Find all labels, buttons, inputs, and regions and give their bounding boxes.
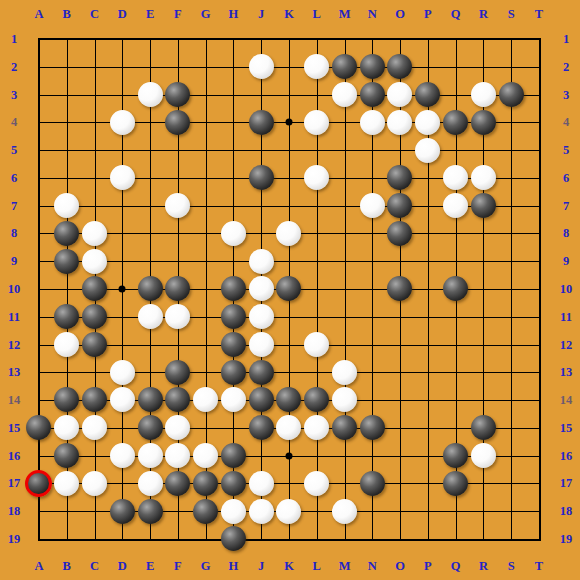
intersection-A6[interactable]: [25, 164, 53, 192]
intersection-P7[interactable]: [414, 192, 442, 220]
intersection-K17[interactable]: [275, 469, 303, 497]
intersection-P14[interactable]: [414, 386, 442, 414]
intersection-J7[interactable]: [247, 192, 275, 220]
intersection-Q14[interactable]: [442, 386, 470, 414]
intersection-B9[interactable]: [53, 247, 81, 275]
intersection-C11[interactable]: [81, 303, 109, 331]
intersection-S9[interactable]: [497, 247, 525, 275]
intersection-R2[interactable]: [469, 53, 497, 81]
intersection-P16[interactable]: [414, 442, 442, 470]
intersection-S11[interactable]: [497, 303, 525, 331]
intersection-J19[interactable]: [247, 525, 275, 553]
black-stone[interactable]: [221, 276, 246, 301]
intersection-D19[interactable]: [108, 525, 136, 553]
intersection-M7[interactable]: [331, 192, 359, 220]
intersection-L15[interactable]: [303, 414, 331, 442]
intersection-G18[interactable]: [192, 497, 220, 525]
white-stone[interactable]: [471, 443, 496, 468]
white-stone[interactable]: [54, 332, 79, 357]
intersection-B16[interactable]: [53, 442, 81, 470]
intersection-N12[interactable]: [358, 331, 386, 359]
intersection-Q4[interactable]: [442, 108, 470, 136]
intersection-E5[interactable]: [136, 136, 164, 164]
intersection-S8[interactable]: [497, 219, 525, 247]
intersection-P9[interactable]: [414, 247, 442, 275]
intersection-J13[interactable]: [247, 358, 275, 386]
intersection-C5[interactable]: [81, 136, 109, 164]
black-stone[interactable]: [360, 471, 385, 496]
black-stone[interactable]: [387, 54, 412, 79]
intersection-C8[interactable]: [81, 219, 109, 247]
intersection-B13[interactable]: [53, 358, 81, 386]
intersection-L4[interactable]: [303, 108, 331, 136]
intersection-J8[interactable]: [247, 219, 275, 247]
intersection-J4[interactable]: [247, 108, 275, 136]
intersection-L7[interactable]: [303, 192, 331, 220]
intersection-E11[interactable]: [136, 303, 164, 331]
intersection-P13[interactable]: [414, 358, 442, 386]
intersection-R14[interactable]: [469, 386, 497, 414]
white-stone[interactable]: [221, 221, 246, 246]
intersection-H13[interactable]: [219, 358, 247, 386]
black-stone[interactable]: [221, 304, 246, 329]
black-stone[interactable]: [26, 415, 51, 440]
white-stone[interactable]: [443, 165, 468, 190]
intersection-B2[interactable]: [53, 53, 81, 81]
intersection-L11[interactable]: [303, 303, 331, 331]
black-stone[interactable]: [82, 387, 107, 412]
intersection-P1[interactable]: [414, 25, 442, 53]
intersection-K4[interactable]: [275, 108, 303, 136]
intersection-H14[interactable]: [219, 386, 247, 414]
black-stone[interactable]: [332, 415, 357, 440]
black-stone[interactable]: [471, 193, 496, 218]
intersection-J16[interactable]: [247, 442, 275, 470]
intersection-T9[interactable]: [525, 247, 553, 275]
white-stone[interactable]: [360, 193, 385, 218]
black-stone[interactable]: [443, 443, 468, 468]
intersection-L5[interactable]: [303, 136, 331, 164]
intersection-D8[interactable]: [108, 219, 136, 247]
white-stone[interactable]: [387, 110, 412, 135]
intersection-E15[interactable]: [136, 414, 164, 442]
intersection-M8[interactable]: [331, 219, 359, 247]
intersection-J14[interactable]: [247, 386, 275, 414]
intersection-B17[interactable]: [53, 469, 81, 497]
intersection-O12[interactable]: [386, 331, 414, 359]
intersection-N13[interactable]: [358, 358, 386, 386]
black-stone[interactable]: [415, 82, 440, 107]
intersection-T6[interactable]: [525, 164, 553, 192]
white-stone[interactable]: [110, 387, 135, 412]
intersection-L2[interactable]: [303, 53, 331, 81]
intersection-A9[interactable]: [25, 247, 53, 275]
black-stone[interactable]: [387, 221, 412, 246]
white-stone[interactable]: [82, 471, 107, 496]
intersection-F15[interactable]: [164, 414, 192, 442]
intersection-F19[interactable]: [164, 525, 192, 553]
intersection-J3[interactable]: [247, 81, 275, 109]
intersection-R7[interactable]: [469, 192, 497, 220]
white-stone[interactable]: [82, 221, 107, 246]
intersection-R17[interactable]: [469, 469, 497, 497]
black-stone[interactable]: [110, 499, 135, 524]
intersection-D11[interactable]: [108, 303, 136, 331]
intersection-S5[interactable]: [497, 136, 525, 164]
intersection-O9[interactable]: [386, 247, 414, 275]
intersection-A4[interactable]: [25, 108, 53, 136]
intersection-F6[interactable]: [164, 164, 192, 192]
white-stone[interactable]: [471, 82, 496, 107]
intersection-R8[interactable]: [469, 219, 497, 247]
intersection-K10[interactable]: [275, 275, 303, 303]
intersection-S19[interactable]: [497, 525, 525, 553]
intersection-R15[interactable]: [469, 414, 497, 442]
black-stone[interactable]: [249, 165, 274, 190]
white-stone[interactable]: [193, 443, 218, 468]
white-stone[interactable]: [165, 415, 190, 440]
intersection-D13[interactable]: [108, 358, 136, 386]
intersection-N5[interactable]: [358, 136, 386, 164]
intersection-D7[interactable]: [108, 192, 136, 220]
intersection-M1[interactable]: [331, 25, 359, 53]
intersection-K8[interactable]: [275, 219, 303, 247]
intersection-O18[interactable]: [386, 497, 414, 525]
intersection-B4[interactable]: [53, 108, 81, 136]
intersection-D2[interactable]: [108, 53, 136, 81]
intersection-R10[interactable]: [469, 275, 497, 303]
intersection-G4[interactable]: [192, 108, 220, 136]
intersection-P5[interactable]: [414, 136, 442, 164]
intersection-M4[interactable]: [331, 108, 359, 136]
intersection-F12[interactable]: [164, 331, 192, 359]
intersection-L1[interactable]: [303, 25, 331, 53]
intersection-B10[interactable]: [53, 275, 81, 303]
intersection-M11[interactable]: [331, 303, 359, 331]
intersection-T8[interactable]: [525, 219, 553, 247]
intersection-K1[interactable]: [275, 25, 303, 53]
black-stone[interactable]: [138, 276, 163, 301]
intersection-A11[interactable]: [25, 303, 53, 331]
black-stone[interactable]: [82, 332, 107, 357]
intersection-D14[interactable]: [108, 386, 136, 414]
intersection-O10[interactable]: [386, 275, 414, 303]
intersection-A3[interactable]: [25, 81, 53, 109]
intersection-A16[interactable]: [25, 442, 53, 470]
intersection-B8[interactable]: [53, 219, 81, 247]
intersection-A1[interactable]: [25, 25, 53, 53]
white-stone[interactable]: [249, 276, 274, 301]
white-stone[interactable]: [221, 499, 246, 524]
intersection-E7[interactable]: [136, 192, 164, 220]
white-stone[interactable]: [304, 54, 329, 79]
intersection-K3[interactable]: [275, 81, 303, 109]
intersection-M10[interactable]: [331, 275, 359, 303]
white-stone[interactable]: [276, 221, 301, 246]
intersection-L8[interactable]: [303, 219, 331, 247]
intersection-J12[interactable]: [247, 331, 275, 359]
black-stone[interactable]: [221, 332, 246, 357]
intersection-C14[interactable]: [81, 386, 109, 414]
intersection-E14[interactable]: [136, 386, 164, 414]
intersection-Q18[interactable]: [442, 497, 470, 525]
intersection-G7[interactable]: [192, 192, 220, 220]
black-stone[interactable]: [276, 387, 301, 412]
intersection-Q16[interactable]: [442, 442, 470, 470]
white-stone[interactable]: [276, 415, 301, 440]
intersection-R16[interactable]: [469, 442, 497, 470]
black-stone[interactable]: [54, 443, 79, 468]
intersection-G9[interactable]: [192, 247, 220, 275]
white-stone[interactable]: [443, 193, 468, 218]
intersection-R9[interactable]: [469, 247, 497, 275]
intersection-L10[interactable]: [303, 275, 331, 303]
intersection-A17[interactable]: [25, 469, 53, 497]
intersection-Q17[interactable]: [442, 469, 470, 497]
intersection-T3[interactable]: [525, 81, 553, 109]
intersection-P15[interactable]: [414, 414, 442, 442]
black-stone[interactable]: [276, 276, 301, 301]
intersection-P2[interactable]: [414, 53, 442, 81]
intersection-O2[interactable]: [386, 53, 414, 81]
intersection-J9[interactable]: [247, 247, 275, 275]
intersection-F16[interactable]: [164, 442, 192, 470]
intersection-K13[interactable]: [275, 358, 303, 386]
white-stone[interactable]: [110, 360, 135, 385]
intersection-K11[interactable]: [275, 303, 303, 331]
white-stone[interactable]: [471, 165, 496, 190]
intersection-L16[interactable]: [303, 442, 331, 470]
intersection-N18[interactable]: [358, 497, 386, 525]
black-stone[interactable]: [443, 110, 468, 135]
intersection-Q13[interactable]: [442, 358, 470, 386]
intersection-O6[interactable]: [386, 164, 414, 192]
intersection-C4[interactable]: [81, 108, 109, 136]
intersection-Q8[interactable]: [442, 219, 470, 247]
intersection-D6[interactable]: [108, 164, 136, 192]
intersection-Q5[interactable]: [442, 136, 470, 164]
intersection-A10[interactable]: [25, 275, 53, 303]
intersection-L3[interactable]: [303, 81, 331, 109]
white-stone[interactable]: [110, 443, 135, 468]
last-move-marker-black-stone[interactable]: [25, 470, 52, 497]
black-stone[interactable]: [387, 165, 412, 190]
intersection-O1[interactable]: [386, 25, 414, 53]
intersection-D15[interactable]: [108, 414, 136, 442]
intersection-R19[interactable]: [469, 525, 497, 553]
intersection-C19[interactable]: [81, 525, 109, 553]
intersection-J17[interactable]: [247, 469, 275, 497]
intersection-O13[interactable]: [386, 358, 414, 386]
white-stone[interactable]: [387, 82, 412, 107]
black-stone[interactable]: [82, 276, 107, 301]
white-stone[interactable]: [249, 471, 274, 496]
intersection-C2[interactable]: [81, 53, 109, 81]
intersection-R13[interactable]: [469, 358, 497, 386]
intersection-B14[interactable]: [53, 386, 81, 414]
intersection-J1[interactable]: [247, 25, 275, 53]
intersection-J10[interactable]: [247, 275, 275, 303]
intersection-M3[interactable]: [331, 81, 359, 109]
intersection-F4[interactable]: [164, 108, 192, 136]
intersection-T5[interactable]: [525, 136, 553, 164]
intersection-H19[interactable]: [219, 525, 247, 553]
intersection-A13[interactable]: [25, 358, 53, 386]
intersection-A5[interactable]: [25, 136, 53, 164]
white-stone[interactable]: [304, 415, 329, 440]
intersection-H15[interactable]: [219, 414, 247, 442]
intersection-E8[interactable]: [136, 219, 164, 247]
black-stone[interactable]: [82, 304, 107, 329]
intersection-D9[interactable]: [108, 247, 136, 275]
intersection-M2[interactable]: [331, 53, 359, 81]
intersection-F13[interactable]: [164, 358, 192, 386]
intersection-F7[interactable]: [164, 192, 192, 220]
intersection-N17[interactable]: [358, 469, 386, 497]
intersection-H8[interactable]: [219, 219, 247, 247]
intersection-O17[interactable]: [386, 469, 414, 497]
intersection-O4[interactable]: [386, 108, 414, 136]
intersection-N11[interactable]: [358, 303, 386, 331]
intersection-S16[interactable]: [497, 442, 525, 470]
black-stone[interactable]: [193, 471, 218, 496]
intersection-S1[interactable]: [497, 25, 525, 53]
intersection-K15[interactable]: [275, 414, 303, 442]
intersection-M16[interactable]: [331, 442, 359, 470]
intersection-J15[interactable]: [247, 414, 275, 442]
intersection-N19[interactable]: [358, 525, 386, 553]
white-stone[interactable]: [249, 332, 274, 357]
black-stone[interactable]: [387, 276, 412, 301]
intersection-G13[interactable]: [192, 358, 220, 386]
intersection-G2[interactable]: [192, 53, 220, 81]
intersection-M14[interactable]: [331, 386, 359, 414]
intersection-D1[interactable]: [108, 25, 136, 53]
intersection-B1[interactable]: [53, 25, 81, 53]
intersection-K19[interactable]: [275, 525, 303, 553]
intersection-C7[interactable]: [81, 192, 109, 220]
intersection-D12[interactable]: [108, 331, 136, 359]
intersection-H12[interactable]: [219, 331, 247, 359]
intersection-A18[interactable]: [25, 497, 53, 525]
intersection-G19[interactable]: [192, 525, 220, 553]
intersection-M13[interactable]: [331, 358, 359, 386]
intersection-Q15[interactable]: [442, 414, 470, 442]
intersection-N6[interactable]: [358, 164, 386, 192]
white-stone[interactable]: [138, 304, 163, 329]
intersection-G3[interactable]: [192, 81, 220, 109]
intersection-B18[interactable]: [53, 497, 81, 525]
black-stone[interactable]: [249, 110, 274, 135]
intersection-O19[interactable]: [386, 525, 414, 553]
intersection-H3[interactable]: [219, 81, 247, 109]
intersection-P17[interactable]: [414, 469, 442, 497]
intersection-N1[interactable]: [358, 25, 386, 53]
intersection-S4[interactable]: [497, 108, 525, 136]
intersection-P12[interactable]: [414, 331, 442, 359]
white-stone[interactable]: [304, 110, 329, 135]
intersection-T16[interactable]: [525, 442, 553, 470]
intersection-H4[interactable]: [219, 108, 247, 136]
intersection-O15[interactable]: [386, 414, 414, 442]
white-stone[interactable]: [332, 82, 357, 107]
intersection-T14[interactable]: [525, 386, 553, 414]
intersection-L17[interactable]: [303, 469, 331, 497]
intersection-S7[interactable]: [497, 192, 525, 220]
white-stone[interactable]: [221, 387, 246, 412]
white-stone[interactable]: [138, 443, 163, 468]
intersection-P8[interactable]: [414, 219, 442, 247]
black-stone[interactable]: [138, 415, 163, 440]
black-stone[interactable]: [332, 54, 357, 79]
intersection-S15[interactable]: [497, 414, 525, 442]
black-stone[interactable]: [54, 304, 79, 329]
intersection-O11[interactable]: [386, 303, 414, 331]
intersection-G16[interactable]: [192, 442, 220, 470]
intersection-S6[interactable]: [497, 164, 525, 192]
white-stone[interactable]: [82, 249, 107, 274]
black-stone[interactable]: [165, 360, 190, 385]
intersection-F5[interactable]: [164, 136, 192, 164]
intersection-B5[interactable]: [53, 136, 81, 164]
intersection-E2[interactable]: [136, 53, 164, 81]
white-stone[interactable]: [54, 471, 79, 496]
black-stone[interactable]: [165, 82, 190, 107]
intersection-G15[interactable]: [192, 414, 220, 442]
intersection-S18[interactable]: [497, 497, 525, 525]
intersection-O8[interactable]: [386, 219, 414, 247]
intersection-F10[interactable]: [164, 275, 192, 303]
intersection-H7[interactable]: [219, 192, 247, 220]
intersection-F14[interactable]: [164, 386, 192, 414]
intersection-M12[interactable]: [331, 331, 359, 359]
black-stone[interactable]: [138, 387, 163, 412]
intersection-E10[interactable]: [136, 275, 164, 303]
intersection-Q19[interactable]: [442, 525, 470, 553]
intersection-E18[interactable]: [136, 497, 164, 525]
intersection-D17[interactable]: [108, 469, 136, 497]
white-stone[interactable]: [304, 471, 329, 496]
intersection-T2[interactable]: [525, 53, 553, 81]
intersection-R1[interactable]: [469, 25, 497, 53]
intersection-Q10[interactable]: [442, 275, 470, 303]
black-stone[interactable]: [387, 193, 412, 218]
intersection-F17[interactable]: [164, 469, 192, 497]
intersection-L14[interactable]: [303, 386, 331, 414]
intersection-S3[interactable]: [497, 81, 525, 109]
intersection-D4[interactable]: [108, 108, 136, 136]
white-stone[interactable]: [165, 443, 190, 468]
black-stone[interactable]: [443, 276, 468, 301]
intersection-T11[interactable]: [525, 303, 553, 331]
intersection-R4[interactable]: [469, 108, 497, 136]
black-stone[interactable]: [54, 387, 79, 412]
white-stone[interactable]: [415, 138, 440, 163]
intersection-O5[interactable]: [386, 136, 414, 164]
intersection-D3[interactable]: [108, 81, 136, 109]
intersection-G5[interactable]: [192, 136, 220, 164]
intersection-D16[interactable]: [108, 442, 136, 470]
intersection-A8[interactable]: [25, 219, 53, 247]
intersection-N8[interactable]: [358, 219, 386, 247]
white-stone[interactable]: [304, 165, 329, 190]
intersection-G6[interactable]: [192, 164, 220, 192]
intersection-C16[interactable]: [81, 442, 109, 470]
intersection-R18[interactable]: [469, 497, 497, 525]
white-stone[interactable]: [332, 387, 357, 412]
intersection-Q9[interactable]: [442, 247, 470, 275]
black-stone[interactable]: [165, 276, 190, 301]
